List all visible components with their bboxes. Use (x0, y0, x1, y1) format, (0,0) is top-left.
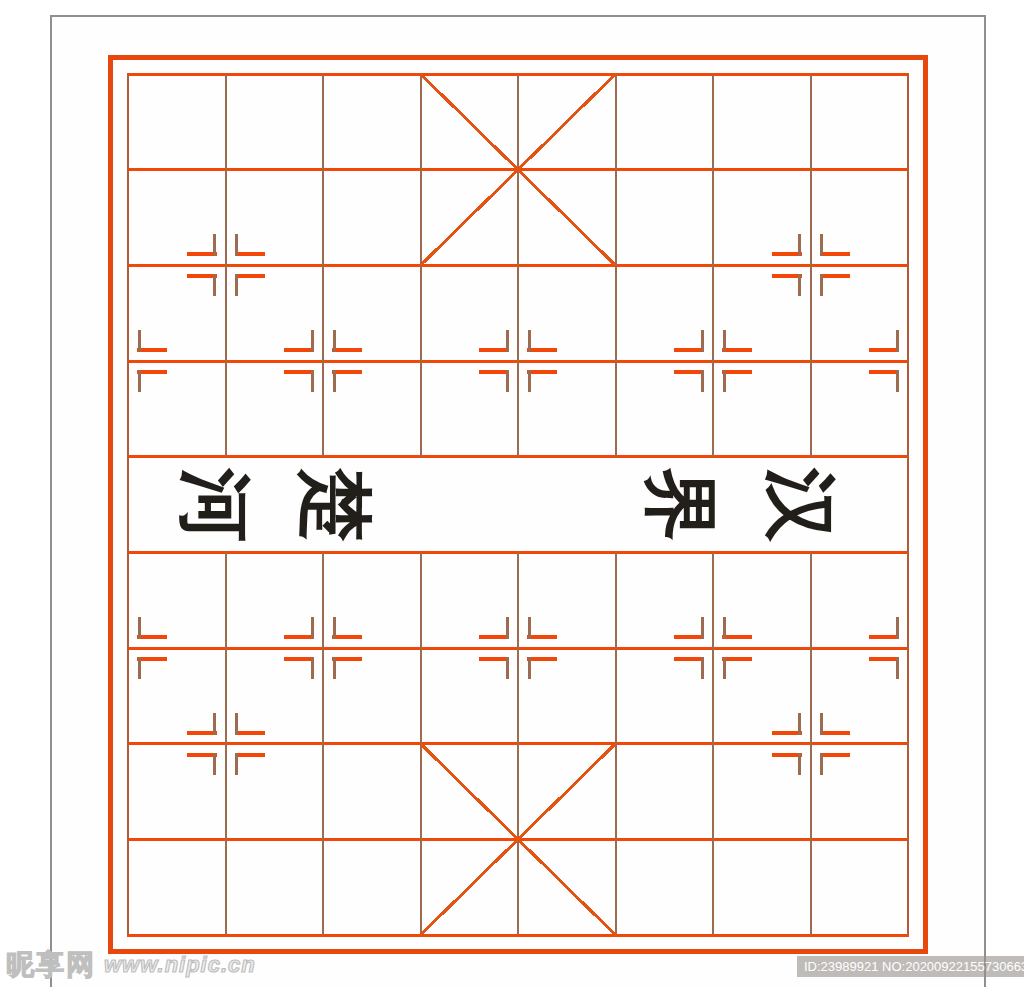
xiangqi-board-grid (0, 0, 1024, 987)
watermark-site-name: 昵享网 (6, 946, 96, 984)
river-label-he: 河 (166, 457, 262, 553)
river-label-chu: 楚 (286, 457, 382, 553)
watermark-site-url: www.nipic.cn (104, 952, 256, 978)
site-watermark: 昵享网 www.nipic.cn (6, 946, 256, 984)
river-label-han: 汉 (751, 457, 847, 553)
image-id-badge: ID:23989921 NO:20200922155730663502 (797, 956, 1024, 977)
river-label-jie: 界 (631, 457, 727, 553)
